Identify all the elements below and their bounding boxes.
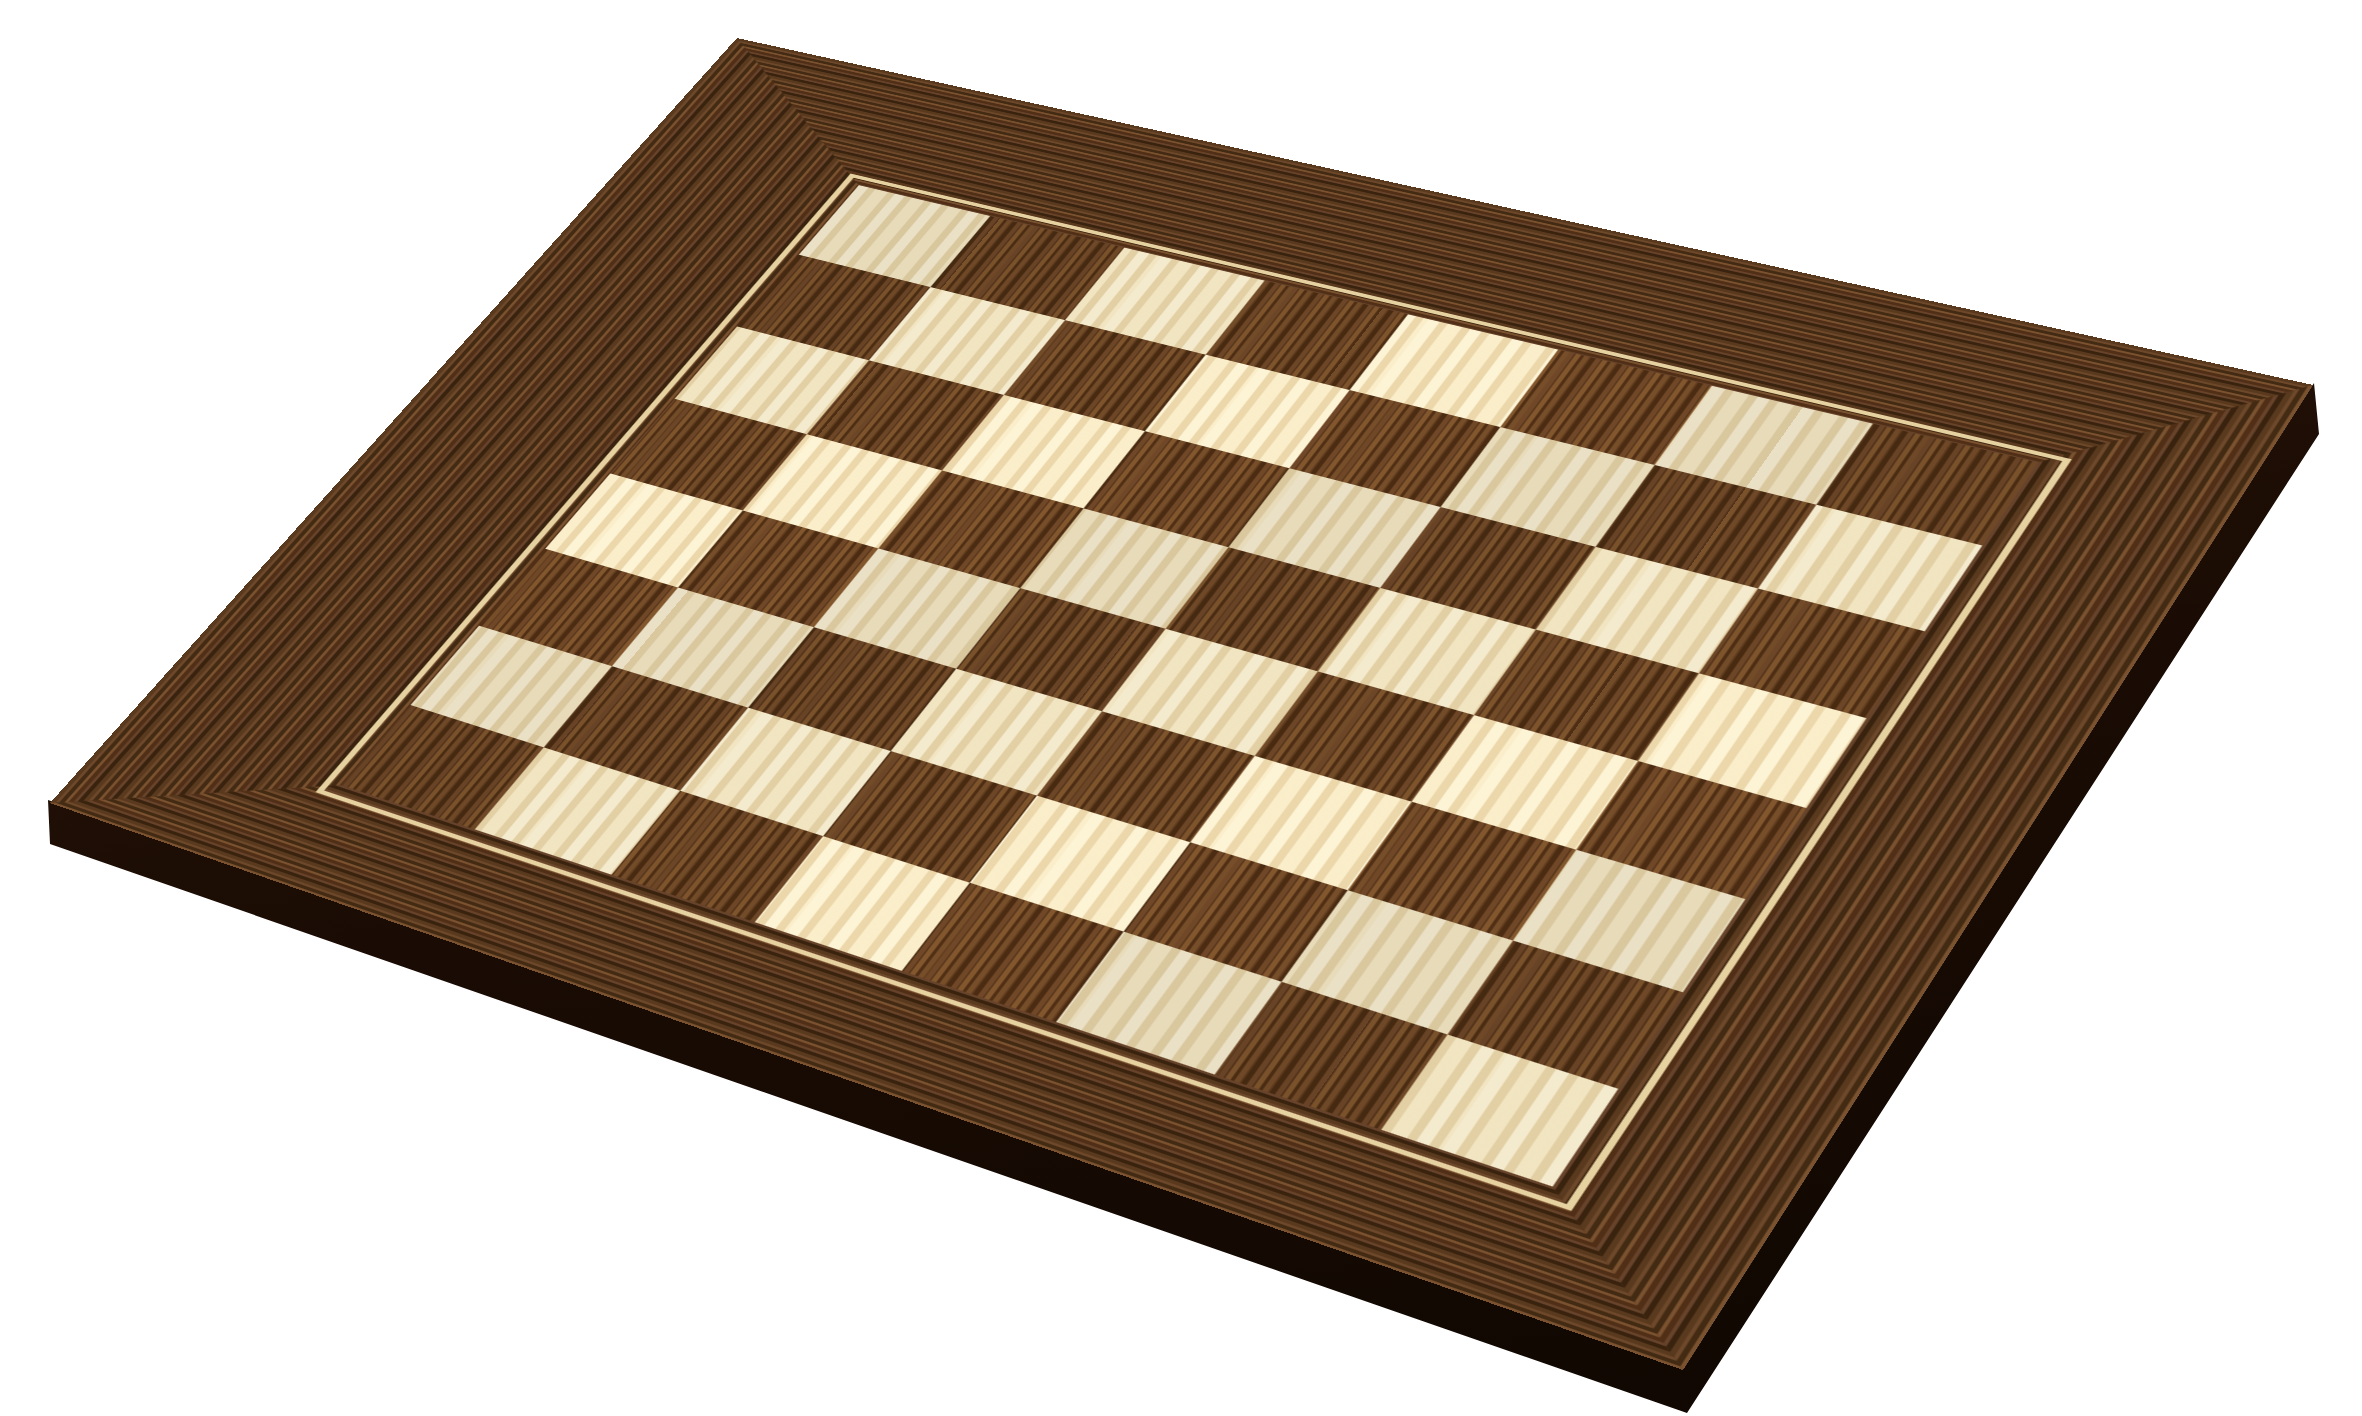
chess-board bbox=[50, 38, 2313, 1370]
scene bbox=[0, 0, 2362, 1416]
